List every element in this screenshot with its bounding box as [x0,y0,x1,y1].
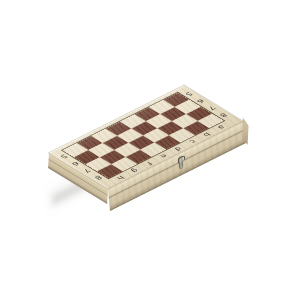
latch-clasp [178,154,185,170]
product-photo-stage: 5 6 7 8 5 6 7 8 h g f e d c b a [0,0,300,300]
